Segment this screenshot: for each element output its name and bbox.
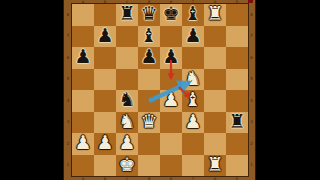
piece-white-pawn-c2[interactable]: ♟ xyxy=(118,133,135,152)
board-squares: ♜♛♚♝♜♟♝♟♟♟♟♞♞♟♝♞♛♟♜♟♟♟♚♜ xyxy=(72,4,248,176)
square-g1[interactable]: ♜ xyxy=(204,155,226,177)
square-a2[interactable]: ♟ xyxy=(72,133,94,155)
coord-label: 2 xyxy=(64,133,72,155)
piece-white-knight-f5[interactable]: ♞ xyxy=(184,69,201,88)
piece-white-pawn-b2[interactable]: ♟ xyxy=(96,133,113,152)
square-h1[interactable] xyxy=(226,155,248,177)
square-e1[interactable] xyxy=(160,155,182,177)
piece-white-knight-c3[interactable]: ♞ xyxy=(118,112,135,131)
coord-label: 8 xyxy=(64,4,72,26)
piece-white-rook-g8[interactable]: ♜ xyxy=(206,4,223,23)
piece-black-bishop-d7[interactable]: ♝ xyxy=(140,26,157,45)
square-g7[interactable] xyxy=(204,26,226,48)
piece-black-pawn-a6[interactable]: ♟ xyxy=(74,47,91,66)
square-c8[interactable]: ♜ xyxy=(116,4,138,26)
coord-label: 3 xyxy=(248,112,255,134)
square-b1[interactable] xyxy=(94,155,116,177)
coord-label: h xyxy=(226,177,248,180)
piece-black-king-e8[interactable]: ♚ xyxy=(162,4,179,23)
piece-black-pawn-f7[interactable]: ♟ xyxy=(184,26,201,45)
square-g3[interactable] xyxy=(204,112,226,134)
coord-label: e xyxy=(160,177,182,180)
square-d3[interactable]: ♛ xyxy=(138,112,160,134)
piece-white-pawn-f3[interactable]: ♟ xyxy=(184,112,201,131)
square-c2[interactable]: ♟ xyxy=(116,133,138,155)
square-h8[interactable] xyxy=(226,4,248,26)
piece-white-bishop-f4[interactable]: ♝ xyxy=(184,90,201,109)
square-f2[interactable] xyxy=(182,133,204,155)
piece-black-pawn-b7[interactable]: ♟ xyxy=(96,26,113,45)
square-g5[interactable] xyxy=(204,69,226,91)
square-e5[interactable] xyxy=(160,69,182,91)
square-e3[interactable] xyxy=(160,112,182,134)
square-h4[interactable] xyxy=(226,90,248,112)
square-h2[interactable] xyxy=(226,133,248,155)
square-e2[interactable] xyxy=(160,133,182,155)
square-b5[interactable] xyxy=(94,69,116,91)
square-e8[interactable]: ♚ xyxy=(160,4,182,26)
square-b7[interactable]: ♟ xyxy=(94,26,116,48)
square-b8[interactable] xyxy=(94,4,116,26)
square-h7[interactable] xyxy=(226,26,248,48)
coord-label: 7 xyxy=(248,26,255,48)
coord-label: 3 xyxy=(64,112,72,134)
square-b3[interactable] xyxy=(94,112,116,134)
coord-label: 7 xyxy=(64,26,72,48)
square-d2[interactable] xyxy=(138,133,160,155)
coord-label: 6 xyxy=(64,47,72,69)
rank-labels-left: 87654321 xyxy=(64,4,72,176)
piece-black-queen-d8[interactable]: ♛ xyxy=(140,4,157,23)
coord-label: 4 xyxy=(248,90,255,112)
square-f8[interactable]: ♝ xyxy=(182,4,204,26)
record-dot xyxy=(248,0,253,3)
square-d8[interactable]: ♛ xyxy=(138,4,160,26)
coord-label: d xyxy=(138,177,160,180)
square-f7[interactable]: ♟ xyxy=(182,26,204,48)
square-g4[interactable] xyxy=(204,90,226,112)
coord-label: 2 xyxy=(248,133,255,155)
square-b6[interactable] xyxy=(94,47,116,69)
square-e4[interactable]: ♟ xyxy=(160,90,182,112)
coord-label: g xyxy=(204,177,226,180)
coord-label: 1 xyxy=(248,155,255,177)
square-a1[interactable] xyxy=(72,155,94,177)
piece-black-bishop-f8[interactable]: ♝ xyxy=(184,4,201,23)
piece-white-pawn-a2[interactable]: ♟ xyxy=(74,133,91,152)
piece-black-pawn-e6[interactable]: ♟ xyxy=(162,47,179,66)
page-background: { "game": "chess", "title": "chess puzzl… xyxy=(0,0,320,180)
square-g6[interactable] xyxy=(204,47,226,69)
square-c5[interactable] xyxy=(116,69,138,91)
square-f5[interactable]: ♞ xyxy=(182,69,204,91)
square-d5[interactable] xyxy=(138,69,160,91)
square-c1[interactable]: ♚ xyxy=(116,155,138,177)
coord-label: 4 xyxy=(64,90,72,112)
square-f6[interactable] xyxy=(182,47,204,69)
square-h5[interactable] xyxy=(226,69,248,91)
coord-label: a xyxy=(72,177,94,180)
square-a7[interactable] xyxy=(72,26,94,48)
piece-black-knight-c4[interactable]: ♞ xyxy=(118,90,135,109)
coord-label: b xyxy=(94,177,116,180)
square-a8[interactable] xyxy=(72,4,94,26)
square-c6[interactable] xyxy=(116,47,138,69)
square-a6[interactable]: ♟ xyxy=(72,47,94,69)
square-h3[interactable]: ♜ xyxy=(226,112,248,134)
square-f4[interactable]: ♝ xyxy=(182,90,204,112)
square-d6[interactable]: ♟ xyxy=(138,47,160,69)
piece-black-pawn-d6[interactable]: ♟ xyxy=(140,47,157,66)
coord-label: 5 xyxy=(64,69,72,91)
coord-label: 8 xyxy=(248,4,255,26)
piece-white-pawn-e4[interactable]: ♟ xyxy=(162,90,179,109)
coord-label: 6 xyxy=(248,47,255,69)
piece-white-queen-d3[interactable]: ♛ xyxy=(140,112,157,131)
square-c7[interactable] xyxy=(116,26,138,48)
square-a5[interactable] xyxy=(72,69,94,91)
square-b4[interactable] xyxy=(94,90,116,112)
square-f3[interactable]: ♟ xyxy=(182,112,204,134)
square-a4[interactable] xyxy=(72,90,94,112)
square-d4[interactable] xyxy=(138,90,160,112)
piece-white-rook-g1[interactable]: ♜ xyxy=(206,155,223,174)
piece-black-rook-h3[interactable]: ♜ xyxy=(228,112,245,131)
square-d7[interactable]: ♝ xyxy=(138,26,160,48)
square-g8[interactable]: ♜ xyxy=(204,4,226,26)
square-h6[interactable] xyxy=(226,47,248,69)
square-g2[interactable] xyxy=(204,133,226,155)
square-f1[interactable] xyxy=(182,155,204,177)
square-c3[interactable]: ♞ xyxy=(116,112,138,134)
coord-label: 1 xyxy=(64,155,72,177)
coord-label: f xyxy=(182,177,204,180)
rank-labels-right: 87654321 xyxy=(248,4,255,176)
coord-label: c xyxy=(116,177,138,180)
square-c4[interactable]: ♞ xyxy=(116,90,138,112)
piece-black-rook-c8[interactable]: ♜ xyxy=(118,4,135,23)
chess-board: abcdefgh abcdefgh 87654321 87654321 ♜♛♚♝… xyxy=(63,0,256,180)
square-d1[interactable] xyxy=(138,155,160,177)
square-e7[interactable] xyxy=(160,26,182,48)
square-b2[interactable]: ♟ xyxy=(94,133,116,155)
square-a3[interactable] xyxy=(72,112,94,134)
file-labels-bottom: abcdefgh xyxy=(72,177,248,180)
square-e6[interactable]: ♟ xyxy=(160,47,182,69)
coord-label: 5 xyxy=(248,69,255,91)
piece-white-king-c1[interactable]: ♚ xyxy=(118,155,135,174)
